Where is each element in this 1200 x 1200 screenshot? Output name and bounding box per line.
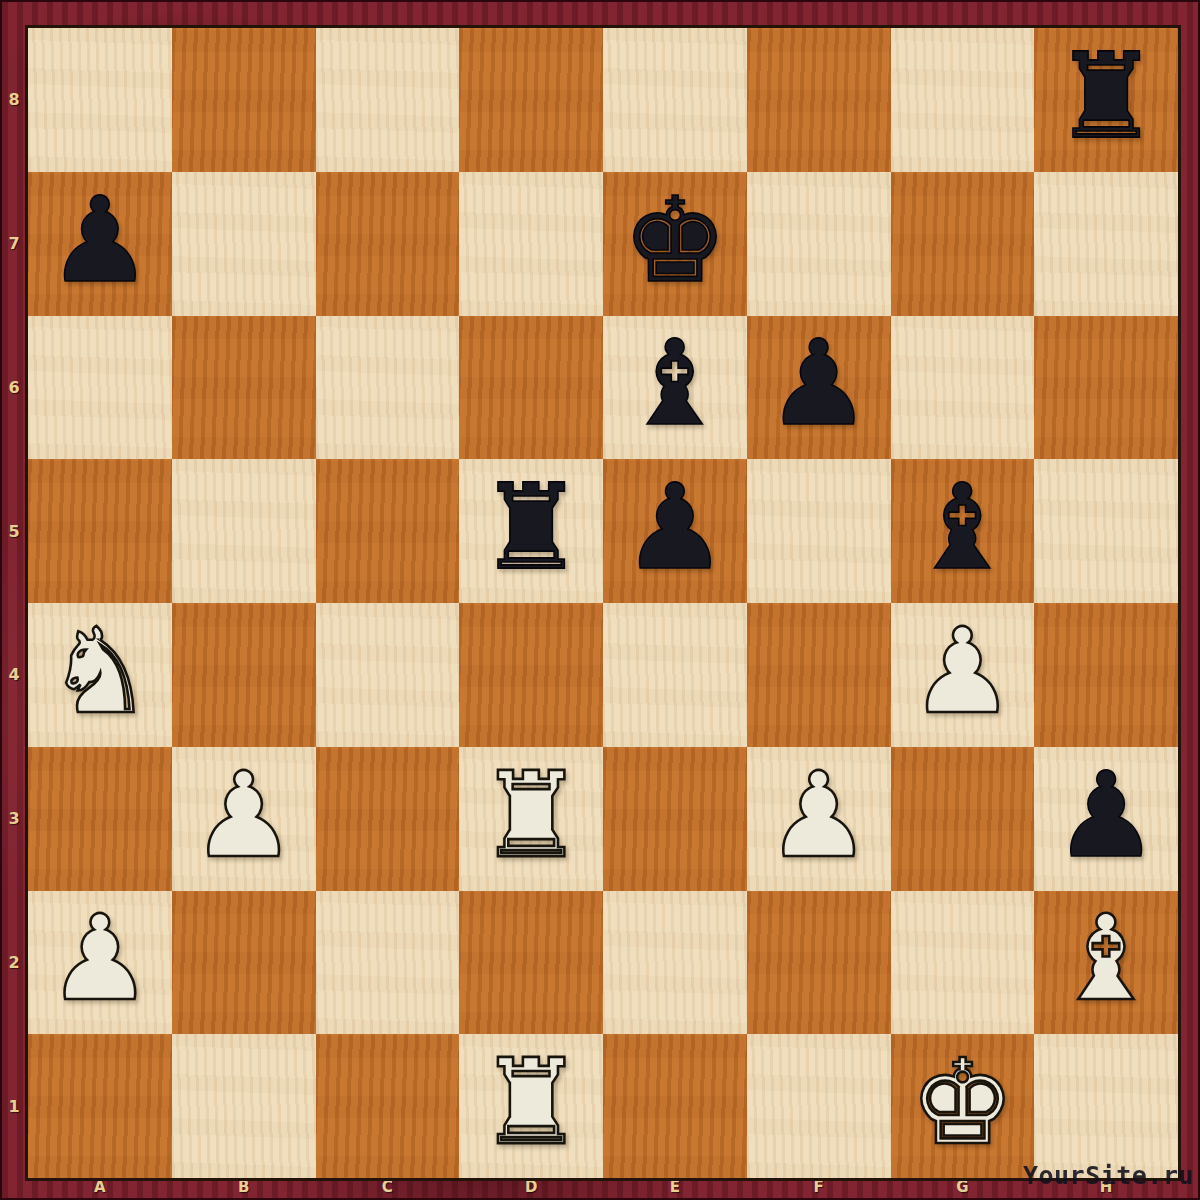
square-f6[interactable]: ♟ <box>747 316 891 460</box>
square-d8[interactable] <box>459 28 603 172</box>
piece-black-bishop[interactable]: ♝ <box>622 324 728 442</box>
piece-white-pawn[interactable]: ♟ <box>47 899 153 1017</box>
square-a5[interactable] <box>28 459 172 603</box>
square-c6[interactable] <box>316 316 460 460</box>
square-b5[interactable] <box>172 459 316 603</box>
square-g5[interactable]: ♝ <box>891 459 1035 603</box>
square-g4[interactable]: ♟ <box>891 603 1035 747</box>
square-e3[interactable] <box>603 747 747 891</box>
piece-white-pawn[interactable]: ♟ <box>766 756 872 874</box>
file-label-e: E <box>603 1178 747 1196</box>
square-f7[interactable] <box>747 172 891 316</box>
file-labels: ABCDEFGH <box>28 1178 1178 1196</box>
square-g2[interactable] <box>891 891 1035 1035</box>
square-b4[interactable] <box>172 603 316 747</box>
square-g8[interactable] <box>891 28 1035 172</box>
square-b8[interactable] <box>172 28 316 172</box>
square-g6[interactable] <box>891 316 1035 460</box>
square-e4[interactable] <box>603 603 747 747</box>
square-h4[interactable] <box>1034 603 1178 747</box>
piece-black-pawn[interactable]: ♟ <box>1053 756 1159 874</box>
rank-label-1: 1 <box>0 1034 28 1178</box>
file-label-a: A <box>28 1178 172 1196</box>
piece-black-rook[interactable]: ♜ <box>1053 37 1159 155</box>
square-a2[interactable]: ♟ <box>28 891 172 1035</box>
piece-black-king[interactable]: ♚ <box>622 181 728 299</box>
piece-white-pawn[interactable]: ♟ <box>191 756 297 874</box>
square-d1[interactable]: ♜ <box>459 1034 603 1178</box>
square-b7[interactable] <box>172 172 316 316</box>
square-f1[interactable] <box>747 1034 891 1178</box>
square-h3[interactable]: ♟ <box>1034 747 1178 891</box>
rank-label-4: 4 <box>0 603 28 747</box>
square-g3[interactable] <box>891 747 1035 891</box>
piece-white-bishop[interactable]: ♝ <box>1053 899 1159 1017</box>
square-d5[interactable]: ♜ <box>459 459 603 603</box>
square-b1[interactable] <box>172 1034 316 1178</box>
square-e2[interactable] <box>603 891 747 1035</box>
square-f2[interactable] <box>747 891 891 1035</box>
square-a8[interactable] <box>28 28 172 172</box>
rank-label-2: 2 <box>0 891 28 1035</box>
square-e1[interactable] <box>603 1034 747 1178</box>
square-h7[interactable] <box>1034 172 1178 316</box>
square-a1[interactable] <box>28 1034 172 1178</box>
piece-white-pawn[interactable]: ♟ <box>909 612 1015 730</box>
piece-black-bishop[interactable]: ♝ <box>909 468 1015 586</box>
piece-white-king[interactable]: ♚ <box>909 1043 1015 1161</box>
rank-label-6: 6 <box>0 316 28 460</box>
square-f4[interactable] <box>747 603 891 747</box>
file-label-c: C <box>316 1178 460 1196</box>
piece-white-rook[interactable]: ♜ <box>478 1043 584 1161</box>
square-b2[interactable] <box>172 891 316 1035</box>
piece-white-rook[interactable]: ♜ <box>478 756 584 874</box>
square-h5[interactable] <box>1034 459 1178 603</box>
file-label-f: F <box>747 1178 891 1196</box>
piece-black-rook[interactable]: ♜ <box>478 468 584 586</box>
square-e5[interactable]: ♟ <box>603 459 747 603</box>
piece-white-knight[interactable]: ♞ <box>47 612 153 730</box>
square-c3[interactable] <box>316 747 460 891</box>
square-a7[interactable]: ♟ <box>28 172 172 316</box>
square-g1[interactable]: ♚ <box>891 1034 1035 1178</box>
chess-board: ♜♟♚♝♟♜♟♝♞♟♟♜♟♟♟♝♜♚ <box>28 28 1178 1178</box>
piece-black-pawn[interactable]: ♟ <box>47 181 153 299</box>
file-label-d: D <box>459 1178 603 1196</box>
square-h8[interactable]: ♜ <box>1034 28 1178 172</box>
rank-label-5: 5 <box>0 459 28 603</box>
square-f5[interactable] <box>747 459 891 603</box>
square-h1[interactable] <box>1034 1034 1178 1178</box>
square-a3[interactable] <box>28 747 172 891</box>
rank-label-3: 3 <box>0 747 28 891</box>
square-a6[interactable] <box>28 316 172 460</box>
square-g7[interactable] <box>891 172 1035 316</box>
watermark: YourSite.ru <box>1023 1161 1194 1190</box>
square-d4[interactable] <box>459 603 603 747</box>
square-d6[interactable] <box>459 316 603 460</box>
square-e7[interactable]: ♚ <box>603 172 747 316</box>
rank-label-7: 7 <box>0 172 28 316</box>
square-h2[interactable]: ♝ <box>1034 891 1178 1035</box>
square-c8[interactable] <box>316 28 460 172</box>
rank-label-8: 8 <box>0 28 28 172</box>
square-h6[interactable] <box>1034 316 1178 460</box>
square-f3[interactable]: ♟ <box>747 747 891 891</box>
square-c1[interactable] <box>316 1034 460 1178</box>
square-c7[interactable] <box>316 172 460 316</box>
square-c4[interactable] <box>316 603 460 747</box>
piece-black-pawn[interactable]: ♟ <box>622 468 728 586</box>
piece-black-pawn[interactable]: ♟ <box>766 324 872 442</box>
square-c2[interactable] <box>316 891 460 1035</box>
square-f8[interactable] <box>747 28 891 172</box>
square-a4[interactable]: ♞ <box>28 603 172 747</box>
file-label-g: G <box>891 1178 1035 1196</box>
square-c5[interactable] <box>316 459 460 603</box>
square-d3[interactable]: ♜ <box>459 747 603 891</box>
square-b6[interactable] <box>172 316 316 460</box>
square-b3[interactable]: ♟ <box>172 747 316 891</box>
square-d7[interactable] <box>459 172 603 316</box>
chess-diagram: 87654321 ABCDEFGH ♜♟♚♝♟♜♟♝♞♟♟♜♟♟♟♝♜♚ You… <box>0 0 1200 1200</box>
rank-labels: 87654321 <box>0 28 28 1178</box>
file-label-b: B <box>172 1178 316 1196</box>
square-e6[interactable]: ♝ <box>603 316 747 460</box>
square-d2[interactable] <box>459 891 603 1035</box>
square-e8[interactable] <box>603 28 747 172</box>
